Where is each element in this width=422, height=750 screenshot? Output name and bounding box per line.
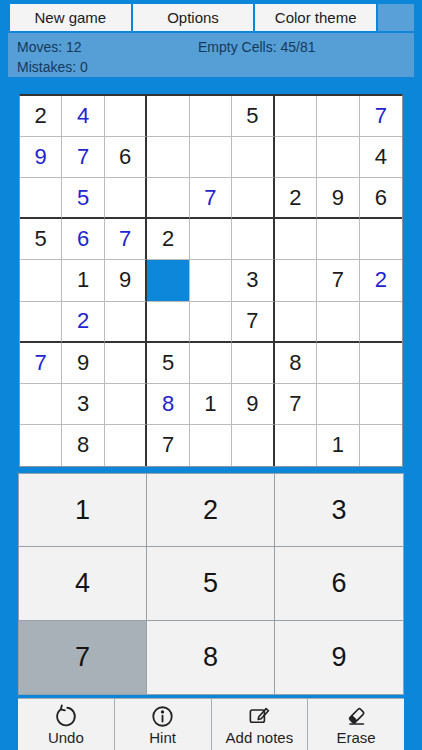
sudoku-cell-r5c7[interactable] [275, 260, 317, 301]
sudoku-cell-r9c1[interactable] [20, 425, 62, 466]
sudoku-cell-r3c4[interactable] [147, 178, 189, 219]
sudoku-cell-r6c1[interactable] [20, 302, 62, 343]
sudoku-cell-r1c3[interactable] [105, 96, 147, 137]
sudoku-cell-r3c3[interactable] [105, 178, 147, 219]
sudoku-cell-r8c7[interactable]: 7 [275, 384, 317, 425]
sudoku-cell-r6c2[interactable]: 2 [62, 302, 104, 343]
sudoku-cell-r1c7[interactable] [275, 96, 317, 137]
sudoku-cell-r2c1[interactable]: 9 [20, 137, 62, 178]
number-pad: 123456789 [18, 473, 404, 695]
sudoku-cell-r7c4[interactable]: 5 [147, 343, 189, 384]
sudoku-cell-r3c1[interactable] [20, 178, 62, 219]
sudoku-cell-r4c4[interactable]: 2 [147, 219, 189, 260]
bottom-toolbar: UndoHintAdd notesErase [18, 698, 404, 750]
sudoku-cell-r1c2[interactable]: 4 [62, 96, 104, 137]
sudoku-cell-r4c5[interactable] [190, 219, 232, 260]
mistakes-counter: Mistakes: 0 [17, 59, 88, 75]
undo-button-label: Undo [48, 729, 84, 746]
sudoku-cell-r6c8[interactable] [317, 302, 359, 343]
numpad-key-3[interactable]: 3 [275, 474, 403, 547]
sudoku-cell-r2c8[interactable] [317, 137, 359, 178]
topbar-filler [378, 4, 414, 31]
sudoku-cell-r4c8[interactable] [317, 219, 359, 260]
sudoku-cell-r2c3[interactable]: 6 [105, 137, 147, 178]
numpad-key-5[interactable]: 5 [147, 547, 275, 620]
sudoku-cell-r3c9[interactable]: 6 [360, 178, 402, 219]
sudoku-cell-r8c3[interactable] [105, 384, 147, 425]
sudoku-cell-r7c8[interactable] [317, 343, 359, 384]
sudoku-cell-r8c1[interactable] [20, 384, 62, 425]
numpad-key-2[interactable]: 2 [147, 474, 275, 547]
options-button[interactable]: Options [133, 4, 254, 31]
sudoku-cell-r9c8[interactable]: 1 [317, 425, 359, 466]
sudoku-cell-r9c5[interactable] [190, 425, 232, 466]
sudoku-cell-r6c4[interactable] [147, 302, 189, 343]
sudoku-cell-r5c2[interactable]: 1 [62, 260, 104, 301]
sudoku-cell-r8c6[interactable]: 9 [232, 384, 274, 425]
sudoku-cell-r1c9[interactable]: 7 [360, 96, 402, 137]
sudoku-cell-r3c6[interactable] [232, 178, 274, 219]
sudoku-cell-r2c7[interactable] [275, 137, 317, 178]
hint-button-label: Hint [149, 729, 176, 746]
moves-counter: Moves: 12 [17, 39, 82, 55]
sudoku-cell-r9c9[interactable] [360, 425, 402, 466]
color-theme-button[interactable]: Color theme [255, 4, 376, 31]
sudoku-cell-r4c7[interactable] [275, 219, 317, 260]
sudoku-cell-r1c8[interactable] [317, 96, 359, 137]
sudoku-cell-r7c9[interactable] [360, 343, 402, 384]
undo-icon [53, 704, 78, 729]
sudoku-cell-r8c8[interactable] [317, 384, 359, 425]
sudoku-cell-r5c6[interactable]: 3 [232, 260, 274, 301]
sudoku-cell-r4c9[interactable] [360, 219, 402, 260]
sudoku-cell-r7c6[interactable] [232, 343, 274, 384]
numpad-key-1[interactable]: 1 [19, 474, 147, 547]
sudoku-cell-r4c1[interactable]: 5 [20, 219, 62, 260]
status-panel: Moves: 12 Empty Cells: 45/81 Mistakes: 0 [8, 33, 414, 77]
sudoku-cell-r2c6[interactable] [232, 137, 274, 178]
sudoku-cell-r6c9[interactable] [360, 302, 402, 343]
add-notes-button[interactable]: Add notes [211, 699, 308, 750]
numpad-key-8[interactable]: 8 [147, 621, 275, 694]
sudoku-cell-r1c1[interactable]: 2 [20, 96, 62, 137]
sudoku-cell-r4c2[interactable]: 6 [62, 219, 104, 260]
sudoku-cell-r5c3[interactable]: 9 [105, 260, 147, 301]
sudoku-cell-r7c7[interactable]: 8 [275, 343, 317, 384]
new-game-button[interactable]: New game [10, 4, 131, 31]
sudoku-cell-r4c6[interactable] [232, 219, 274, 260]
sudoku-cell-r6c7[interactable] [275, 302, 317, 343]
sudoku-cell-r7c2[interactable]: 9 [62, 343, 104, 384]
sudoku-cell-r8c2[interactable]: 3 [62, 384, 104, 425]
sudoku-cell-r5c9[interactable]: 2 [360, 260, 402, 301]
sudoku-cell-r8c9[interactable] [360, 384, 402, 425]
hint-button[interactable]: Hint [114, 699, 211, 750]
sudoku-cell-r6c3[interactable] [105, 302, 147, 343]
undo-button[interactable]: Undo [18, 699, 114, 750]
numpad-key-7[interactable]: 7 [19, 621, 147, 694]
sudoku-cell-r1c4[interactable] [147, 96, 189, 137]
sudoku-board: 245797645729656721937227795838197871 [19, 94, 403, 467]
sudoku-cell-r9c3[interactable] [105, 425, 147, 466]
sudoku-cell-r3c7[interactable]: 2 [275, 178, 317, 219]
top-menu-bar: New gameOptionsColor theme [10, 4, 414, 31]
erase-icon [344, 704, 369, 729]
sudoku-cell-r7c1[interactable]: 7 [20, 343, 62, 384]
sudoku-cell-r4c3[interactable]: 7 [105, 219, 147, 260]
sudoku-cell-r6c5[interactable] [190, 302, 232, 343]
add-notes-button-label: Add notes [226, 729, 294, 746]
sudoku-cell-r2c2[interactable]: 7 [62, 137, 104, 178]
numpad-key-9[interactable]: 9 [275, 621, 403, 694]
numpad-key-4[interactable]: 4 [19, 547, 147, 620]
sudoku-cell-r2c9[interactable]: 4 [360, 137, 402, 178]
sudoku-cell-r9c4[interactable]: 7 [147, 425, 189, 466]
sudoku-cell-r5c8[interactable]: 7 [317, 260, 359, 301]
sudoku-cell-r1c5[interactable] [190, 96, 232, 137]
sudoku-cell-r1c6[interactable]: 5 [232, 96, 274, 137]
add-notes-icon [247, 704, 272, 729]
sudoku-cell-r5c5[interactable] [190, 260, 232, 301]
sudoku-cell-r7c5[interactable] [190, 343, 232, 384]
sudoku-cell-r3c5[interactable]: 7 [190, 178, 232, 219]
sudoku-cell-r3c8[interactable]: 9 [317, 178, 359, 219]
sudoku-cell-r2c5[interactable] [190, 137, 232, 178]
erase-button-label: Erase [337, 729, 376, 746]
empty-cells-counter: Empty Cells: 45/81 [198, 39, 316, 55]
numpad-key-6[interactable]: 6 [275, 547, 403, 620]
sudoku-cell-r2c4[interactable] [147, 137, 189, 178]
erase-button[interactable]: Erase [307, 699, 404, 750]
sudoku-cell-r3c2[interactable]: 5 [62, 178, 104, 219]
sudoku-cell-r8c4[interactable]: 8 [147, 384, 189, 425]
hint-icon [150, 704, 175, 729]
sudoku-cell-r9c7[interactable] [275, 425, 317, 466]
sudoku-cell-r5c1[interactable] [20, 260, 62, 301]
sudoku-cell-r8c5[interactable]: 1 [190, 384, 232, 425]
sudoku-cell-r7c3[interactable] [105, 343, 147, 384]
sudoku-cell-r5c4[interactable] [147, 260, 189, 301]
sudoku-cell-r9c6[interactable] [232, 425, 274, 466]
sudoku-cell-r6c6[interactable]: 7 [232, 302, 274, 343]
sudoku-cell-r9c2[interactable]: 8 [62, 425, 104, 466]
